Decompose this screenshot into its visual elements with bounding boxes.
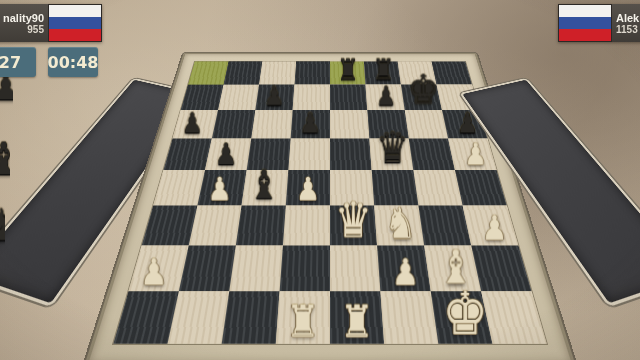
white-king-g1: ♚ xyxy=(438,283,492,343)
chess-game-screen: ♞♟♟♝♞ ♜♜♟♟♚♟♟♟♟♛♟♟♝♟♛♞♟♟♟♝♜♜♚ ♞♝♟♟ nalit… xyxy=(0,0,640,360)
square-e1[interactable]: ♜ xyxy=(330,291,384,344)
flag-stripe-white xyxy=(559,5,611,17)
flag-stripe-blue xyxy=(49,17,101,29)
captured-black-knight: ♞ xyxy=(0,203,52,286)
square-f5[interactable]: ♛ xyxy=(369,138,413,170)
square-c4[interactable]: ♝ xyxy=(242,170,289,205)
timers-row: 27 00:48 xyxy=(0,47,98,77)
white-pawn-h3: ♟ xyxy=(471,211,518,245)
white-pawn-f2: ♟ xyxy=(380,254,430,290)
square-b4[interactable]: ♟ xyxy=(197,170,246,205)
white-queen-e3: ♛ xyxy=(330,196,377,245)
square-d1[interactable]: ♜ xyxy=(276,291,330,344)
black-pawn-a6: ♟ xyxy=(173,109,212,137)
square-c3[interactable] xyxy=(236,205,286,245)
captured-black-bishop: ♝ xyxy=(0,136,54,286)
white-pawn-h5: ♟ xyxy=(455,139,497,169)
square-f4[interactable] xyxy=(372,170,419,205)
white-rook-e1: ♜ xyxy=(330,299,384,343)
square-c7[interactable]: ♟ xyxy=(255,85,294,111)
square-d5[interactable] xyxy=(288,138,330,170)
flag-stripe-white xyxy=(49,5,101,17)
square-g3[interactable] xyxy=(418,205,471,245)
captured-white-knight: ♞ xyxy=(601,0,640,288)
square-f8[interactable]: ♜ xyxy=(364,61,401,84)
square-f2[interactable]: ♟ xyxy=(377,246,431,292)
player-left-info: nality90 955 xyxy=(0,4,48,42)
square-g7[interactable]: ♚ xyxy=(401,85,442,111)
white-rook-d1: ♜ xyxy=(276,299,330,343)
square-b2[interactable] xyxy=(179,246,236,292)
square-h3[interactable]: ♟ xyxy=(463,205,519,245)
white-pawn-a2: ♟ xyxy=(129,254,179,290)
square-e4[interactable] xyxy=(330,170,374,205)
square-b6[interactable] xyxy=(212,110,255,138)
captured-black-pawn: ♟ xyxy=(0,69,56,287)
square-c6[interactable] xyxy=(251,110,292,138)
player-right-name: Alek xyxy=(616,12,639,24)
square-f7[interactable]: ♟ xyxy=(365,85,404,111)
square-a7[interactable] xyxy=(181,85,224,111)
player-right-rating: 1153 xyxy=(616,24,638,35)
flag-stripe-red xyxy=(49,29,101,41)
square-h5[interactable]: ♟ xyxy=(448,138,496,170)
square-d6[interactable]: ♟ xyxy=(291,110,330,138)
square-a6[interactable]: ♟ xyxy=(173,110,218,138)
square-b8[interactable] xyxy=(224,61,263,84)
square-h2[interactable] xyxy=(471,246,531,292)
square-e5[interactable] xyxy=(330,138,372,170)
square-h8[interactable] xyxy=(431,61,471,84)
square-b3[interactable] xyxy=(189,205,242,245)
square-d2[interactable] xyxy=(280,246,330,292)
move-timer: 27 xyxy=(0,47,36,77)
square-d4[interactable]: ♟ xyxy=(286,170,330,205)
square-e2[interactable] xyxy=(330,246,380,292)
square-a5[interactable] xyxy=(163,138,211,170)
flag-stripe-blue xyxy=(559,17,611,29)
captured-black-knight: ♞ xyxy=(0,0,59,288)
white-pawn-d4: ♟ xyxy=(286,173,330,205)
russia-flag-icon xyxy=(48,4,102,42)
game-clock: 00:48 xyxy=(48,47,98,77)
black-rook-e8: ♜ xyxy=(330,55,365,84)
square-d3[interactable] xyxy=(283,205,330,245)
black-rook-f8: ♜ xyxy=(365,55,400,84)
square-c1[interactable] xyxy=(222,291,280,344)
captured-white-pawn: ♟ xyxy=(604,69,640,287)
square-g5[interactable] xyxy=(409,138,455,170)
white-knight-f3: ♞ xyxy=(377,203,424,245)
player-panel-right: Alek 1153 xyxy=(558,4,640,42)
captured-black-pawn: ♟ xyxy=(0,2,58,287)
square-b1[interactable] xyxy=(167,291,229,344)
square-e3[interactable]: ♛ xyxy=(330,205,377,245)
board-perspective-wrapper: ♞♟♟♝♞ ♜♜♟♟♚♟♟♟♟♛♟♟♝♟♛♞♟♟♟♝♜♜♚ ♞♝♟♟ xyxy=(50,0,594,360)
square-c5[interactable] xyxy=(247,138,291,170)
square-b7[interactable] xyxy=(218,85,259,111)
white-bishop-g2: ♝ xyxy=(431,244,481,290)
black-pawn-b5: ♟ xyxy=(205,139,247,169)
square-h1[interactable] xyxy=(481,291,547,344)
player-left-rating: 955 xyxy=(27,24,44,35)
captured-white-bishop: ♝ xyxy=(602,2,640,287)
square-g8[interactable] xyxy=(398,61,437,84)
black-bishop-c4: ♝ xyxy=(242,164,286,204)
board-plane: ♞♟♟♝♞ ♜♜♟♟♚♟♟♟♟♛♟♟♝♟♛♞♟♟♟♝♜♜♚ ♞♝♟♟ xyxy=(108,60,553,349)
square-e6[interactable] xyxy=(330,110,369,138)
black-pawn-f7: ♟ xyxy=(367,83,404,110)
square-e8[interactable]: ♜ xyxy=(330,61,365,84)
black-pawn-d6: ♟ xyxy=(291,109,330,137)
russia-flag-icon xyxy=(558,4,612,42)
square-a4[interactable] xyxy=(153,170,205,205)
square-a8[interactable] xyxy=(188,61,228,84)
black-pawn-c7: ♟ xyxy=(255,83,292,110)
square-d7[interactable] xyxy=(293,85,330,111)
square-a3[interactable] xyxy=(142,205,198,245)
square-g6[interactable] xyxy=(405,110,448,138)
player-panel-left: nality90 955 xyxy=(0,4,102,42)
captured-white-pawn: ♟ xyxy=(606,136,640,286)
square-f1[interactable] xyxy=(380,291,438,344)
square-d8[interactable] xyxy=(295,61,330,84)
flag-stripe-red xyxy=(559,29,611,41)
square-h4[interactable] xyxy=(455,170,507,205)
player-right-info: Alek 1153 xyxy=(612,4,640,42)
white-pawn-b4: ♟ xyxy=(198,173,242,205)
square-c2[interactable] xyxy=(229,246,283,292)
square-f6[interactable] xyxy=(367,110,408,138)
player-left-name: nality90 xyxy=(3,12,44,24)
square-b5[interactable]: ♟ xyxy=(205,138,251,170)
square-e7[interactable] xyxy=(330,85,367,111)
square-f3[interactable]: ♞ xyxy=(374,205,424,245)
square-c8[interactable] xyxy=(259,61,296,84)
